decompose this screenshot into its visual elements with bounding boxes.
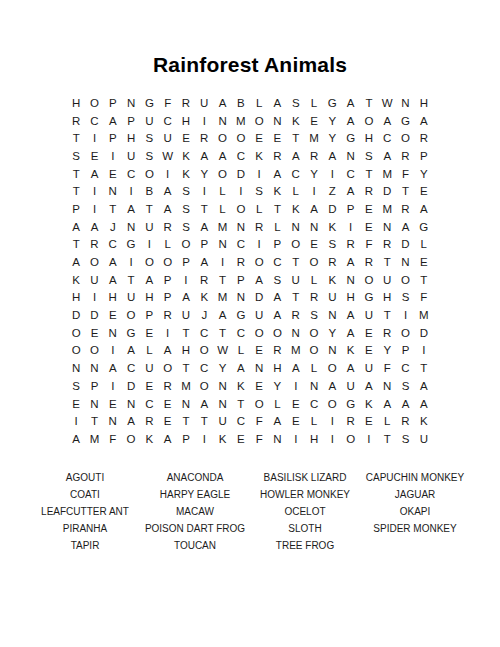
grid-cell: O	[159, 253, 177, 271]
grid-cell: A	[415, 112, 433, 130]
word-list-item: SPIDER MONKEY	[360, 520, 470, 537]
grid-cell: E	[287, 395, 305, 413]
grid-cell: N	[213, 112, 231, 130]
grid-cell: F	[396, 165, 414, 183]
grid-cell: F	[159, 94, 177, 112]
grid-cell: T	[213, 271, 231, 289]
grid-cell: C	[232, 236, 250, 254]
grid-cell: D	[378, 182, 396, 200]
grid-cell: U	[360, 306, 378, 324]
grid-cell: O	[213, 129, 231, 147]
grid-cell: U	[140, 112, 158, 130]
grid-cell: T	[177, 412, 195, 430]
grid-cell: A	[341, 359, 359, 377]
grid-cell: Y	[323, 324, 341, 342]
grid-cell: O	[159, 359, 177, 377]
word-list-item: COATI	[30, 486, 140, 503]
letter-grid: HOPNGFRUABLASLGATWNHRCAPUCHINMONKEYAOAGA…	[0, 94, 500, 448]
grid-cell: N	[287, 324, 305, 342]
grid-cell: I	[67, 412, 85, 430]
grid-cell: S	[177, 200, 195, 218]
grid-cell: T	[67, 165, 85, 183]
grid-cell: A	[287, 147, 305, 165]
grid-cell: K	[250, 147, 268, 165]
grid-cell: A	[122, 200, 140, 218]
grid-cell: O	[213, 165, 231, 183]
grid-cell: F	[360, 236, 378, 254]
grid-cell: K	[177, 165, 195, 183]
grid-cell: C	[305, 395, 323, 413]
grid-cell: I	[287, 430, 305, 448]
grid-cell: A	[378, 395, 396, 413]
grid-cell: R	[378, 324, 396, 342]
grid-cell: S	[396, 377, 414, 395]
grid-cell: I	[104, 377, 122, 395]
grid-cell: N	[85, 395, 103, 413]
grid-cell: U	[85, 271, 103, 289]
grid-cell: A	[159, 200, 177, 218]
grid-cell: F	[250, 412, 268, 430]
grid-cell: C	[159, 112, 177, 130]
word-list-item: TOUCAN	[140, 537, 250, 554]
grid-cell: C	[104, 236, 122, 254]
grid-cell: N	[85, 359, 103, 377]
grid-cell: I	[323, 430, 341, 448]
grid-cell: E	[159, 412, 177, 430]
grid-cell: I	[85, 289, 103, 307]
grid-cell: Y	[378, 342, 396, 360]
grid-cell: L	[305, 359, 323, 377]
grid-cell: T	[67, 236, 85, 254]
grid-cell: A	[360, 377, 378, 395]
grid-cell: A	[415, 395, 433, 413]
grid-cell: P	[268, 236, 286, 254]
grid-cell: K	[287, 112, 305, 130]
grid-cell: C	[341, 165, 359, 183]
grid-cell: T	[67, 182, 85, 200]
grid-cell: D	[250, 289, 268, 307]
grid-cell: E	[140, 377, 158, 395]
grid-cell: R	[250, 218, 268, 236]
grid-cell: H	[305, 430, 323, 448]
grid-cell: O	[305, 324, 323, 342]
grid-cell: L	[268, 218, 286, 236]
grid-cell: R	[268, 342, 286, 360]
grid-cell: C	[195, 324, 213, 342]
word-list-item: TREE FROG	[250, 537, 360, 554]
grid-cell: N	[213, 377, 231, 395]
grid-cell: D	[67, 306, 85, 324]
grid-cell: G	[415, 218, 433, 236]
grid-cell: D	[396, 236, 414, 254]
grid-cell: A	[159, 182, 177, 200]
grid-cell: N	[232, 289, 250, 307]
grid-cell: P	[415, 147, 433, 165]
grid-cell: O	[287, 236, 305, 254]
word-list-item: PIRANHA	[30, 520, 140, 537]
grid-cell: E	[250, 129, 268, 147]
grid-cell: R	[287, 306, 305, 324]
grid-cell: N	[104, 324, 122, 342]
grid-cell: K	[177, 147, 195, 165]
grid-cell: E	[85, 147, 103, 165]
grid-cell: A	[268, 289, 286, 307]
grid-cell: I	[104, 342, 122, 360]
grid-cell: A	[195, 218, 213, 236]
grid-cell: H	[268, 359, 286, 377]
grid-cell: S	[140, 129, 158, 147]
grid-cell: U	[195, 94, 213, 112]
grid-cell: R	[341, 236, 359, 254]
grid-cell: H	[341, 289, 359, 307]
grid-cell: A	[104, 112, 122, 130]
grid-cell: N	[378, 377, 396, 395]
grid-cell: P	[67, 200, 85, 218]
grid-cell: N	[268, 112, 286, 130]
grid-cell: A	[268, 165, 286, 183]
grid-cell: M	[213, 289, 231, 307]
grid-cell: N	[323, 342, 341, 360]
grid-cell: S	[67, 147, 85, 165]
grid-cell: N	[268, 430, 286, 448]
grid-cell: Y	[323, 112, 341, 130]
grid-cell: R	[159, 377, 177, 395]
grid-cell: A	[268, 412, 286, 430]
grid-cell: F	[415, 289, 433, 307]
grid-cell: O	[85, 94, 103, 112]
grid-cell: E	[360, 200, 378, 218]
grid-cell: W	[213, 342, 231, 360]
grid-cell: H	[177, 342, 195, 360]
grid-cell: R	[396, 200, 414, 218]
grid-cell: I	[360, 430, 378, 448]
grid-cell: O	[396, 324, 414, 342]
grid-cell: N	[305, 218, 323, 236]
grid-cell: A	[195, 147, 213, 165]
grid-cell: L	[232, 342, 250, 360]
grid-cell: E	[415, 182, 433, 200]
grid-cell: I	[250, 165, 268, 183]
grid-cell: E	[268, 129, 286, 147]
grid-cell: S	[67, 377, 85, 395]
grid-cell: S	[287, 94, 305, 112]
grid-cell: E	[250, 377, 268, 395]
grid-cell: A	[67, 218, 85, 236]
grid-cell: G	[122, 324, 140, 342]
grid-cell: J	[195, 306, 213, 324]
grid-cell: O	[396, 129, 414, 147]
grid-cell: M	[415, 306, 433, 324]
grid-cell: A	[122, 342, 140, 360]
grid-cell: I	[415, 342, 433, 360]
grid-cell: A	[378, 147, 396, 165]
grid-cell: O	[85, 253, 103, 271]
word-list-item: LEAFCUTTER ANT	[30, 503, 140, 520]
grid-cell: P	[104, 94, 122, 112]
word-list: AGOUTIANACONDABASILISK LIZARDCAPUCHIN MO…	[0, 469, 500, 554]
word-list-item: OKAPI	[360, 503, 470, 520]
grid-cell: E	[104, 165, 122, 183]
grid-cell: T	[85, 412, 103, 430]
grid-cell: O	[250, 395, 268, 413]
grid-cell: N	[104, 412, 122, 430]
grid-cell: A	[341, 94, 359, 112]
grid-cell: N	[177, 395, 195, 413]
grid-cell: S	[305, 306, 323, 324]
grid-cell: P	[140, 306, 158, 324]
grid-cell: S	[140, 147, 158, 165]
grid-cell: E	[415, 253, 433, 271]
grid-cell: N	[122, 94, 140, 112]
grid-cell: S	[360, 147, 378, 165]
grid-cell: A	[305, 200, 323, 218]
grid-cell: A	[287, 359, 305, 377]
grid-cell: D	[122, 377, 140, 395]
grid-cell: I	[195, 112, 213, 130]
grid-cell: M	[232, 112, 250, 130]
grid-cell: R	[177, 94, 195, 112]
grid-cell: U	[159, 129, 177, 147]
grid-cell: C	[140, 395, 158, 413]
grid-cell: C	[232, 147, 250, 165]
grid-cell: E	[232, 430, 250, 448]
grid-cell: O	[250, 324, 268, 342]
grid-cell: C	[122, 359, 140, 377]
grid-cell: R	[305, 147, 323, 165]
grid-cell: T	[195, 412, 213, 430]
grid-cell: W	[159, 147, 177, 165]
grid-cell: O	[140, 165, 158, 183]
grid-cell: T	[378, 253, 396, 271]
grid-cell: L	[159, 236, 177, 254]
grid-cell: Y	[415, 165, 433, 183]
grid-cell: K	[341, 342, 359, 360]
grid-cell: I	[85, 182, 103, 200]
grid-cell: U	[122, 289, 140, 307]
grid-cell: A	[213, 147, 231, 165]
grid-cell: C	[122, 165, 140, 183]
grid-cell: C	[232, 324, 250, 342]
grid-cell: O	[177, 236, 195, 254]
grid-cell: L	[415, 236, 433, 254]
grid-cell: M	[287, 342, 305, 360]
grid-cell: E	[360, 342, 378, 360]
grid-cell: A	[104, 253, 122, 271]
grid-cell: T	[213, 324, 231, 342]
grid-cell: P	[122, 112, 140, 130]
grid-cell: M	[305, 129, 323, 147]
grid-cell: T	[415, 359, 433, 377]
grid-cell: L	[250, 94, 268, 112]
grid-cell: T	[104, 200, 122, 218]
grid-cell: R	[323, 253, 341, 271]
grid-cell: L	[213, 182, 231, 200]
grid-cell: D	[415, 324, 433, 342]
grid-cell: Y	[305, 165, 323, 183]
grid-cell: E	[104, 306, 122, 324]
grid-cell: I	[305, 182, 323, 200]
grid-cell: H	[415, 94, 433, 112]
grid-cell: T	[378, 430, 396, 448]
grid-cell: P	[177, 253, 195, 271]
grid-cell: K	[323, 271, 341, 289]
grid-cell: I	[122, 253, 140, 271]
grid-cell: I	[85, 200, 103, 218]
grid-cell: E	[177, 129, 195, 147]
grid-cell: O	[195, 342, 213, 360]
grid-cell: T	[140, 200, 158, 218]
grid-cell: U	[122, 147, 140, 165]
grid-cell: A	[122, 412, 140, 430]
grid-cell: B	[232, 94, 250, 112]
grid-cell: A	[67, 430, 85, 448]
grid-cell: N	[213, 395, 231, 413]
grid-cell: I	[341, 218, 359, 236]
grid-cell: A	[67, 253, 85, 271]
grid-cell: K	[268, 182, 286, 200]
grid-cell: O	[195, 377, 213, 395]
grid-cell: A	[341, 253, 359, 271]
grid-cell: C	[195, 359, 213, 377]
grid-cell: A	[104, 359, 122, 377]
grid-cell: L	[140, 342, 158, 360]
grid-cell: O	[341, 430, 359, 448]
grid-cell: R	[396, 412, 414, 430]
grid-cell: N	[341, 147, 359, 165]
grid-cell: O	[360, 112, 378, 130]
grid-cell: E	[360, 412, 378, 430]
grid-cell: A	[396, 218, 414, 236]
grid-cell: A	[341, 306, 359, 324]
grid-cell: S	[323, 236, 341, 254]
grid-cell: N	[305, 377, 323, 395]
grid-cell: E	[250, 342, 268, 360]
grid-cell: T	[287, 129, 305, 147]
grid-cell: T	[287, 289, 305, 307]
grid-cell: A	[159, 430, 177, 448]
grid-cell: I	[250, 236, 268, 254]
grid-cell: Y	[268, 377, 286, 395]
grid-cell: A	[323, 377, 341, 395]
grid-cell: A	[341, 324, 359, 342]
grid-cell: I	[213, 253, 231, 271]
grid-cell: U	[287, 271, 305, 289]
grid-cell: O	[323, 395, 341, 413]
grid-cell: A	[213, 94, 231, 112]
grid-cell: P	[159, 271, 177, 289]
grid-cell: O	[360, 271, 378, 289]
grid-cell: K	[360, 395, 378, 413]
grid-cell: U	[213, 412, 231, 430]
grid-cell: K	[213, 430, 231, 448]
grid-cell: P	[85, 377, 103, 395]
grid-cell: A	[177, 289, 195, 307]
grid-cell: Y	[213, 359, 231, 377]
grid-cell: S	[396, 289, 414, 307]
grid-cell: F	[104, 430, 122, 448]
grid-cell: R	[67, 112, 85, 130]
grid-cell: E	[305, 236, 323, 254]
grid-cell: L	[305, 271, 323, 289]
grid-cell: R	[396, 147, 414, 165]
grid-cell: R	[378, 236, 396, 254]
grid-cell: O	[122, 430, 140, 448]
grid-cell: P	[177, 430, 195, 448]
grid-cell: N	[250, 359, 268, 377]
grid-cell: M	[177, 377, 195, 395]
grid-cell: I	[159, 324, 177, 342]
grid-cell: A	[195, 253, 213, 271]
grid-cell: R	[159, 306, 177, 324]
word-list-item: CAPUCHIN MONKEY	[360, 469, 470, 486]
grid-cell: C	[396, 359, 414, 377]
grid-cell: P	[159, 289, 177, 307]
grid-cell: O	[323, 359, 341, 377]
grid-cell: O	[67, 324, 85, 342]
grid-cell: T	[195, 200, 213, 218]
grid-cell: Y	[323, 129, 341, 147]
grid-cell: T	[177, 359, 195, 377]
grid-cell: N	[396, 94, 414, 112]
grid-cell: E	[104, 395, 122, 413]
grid-cell: T	[122, 271, 140, 289]
grid-cell: I	[122, 182, 140, 200]
grid-cell: I	[85, 129, 103, 147]
grid-cell: O	[232, 200, 250, 218]
grid-cell: E	[287, 412, 305, 430]
grid-cell: H	[67, 289, 85, 307]
word-list-item: BASILISK LIZARD	[250, 469, 360, 486]
grid-cell: U	[250, 306, 268, 324]
grid-cell: M	[378, 165, 396, 183]
grid-cell: T	[67, 129, 85, 147]
grid-cell: T	[415, 271, 433, 289]
grid-cell: H	[104, 289, 122, 307]
grid-cell: G	[323, 94, 341, 112]
grid-cell: O	[396, 271, 414, 289]
word-list-item: AGOUTI	[30, 469, 140, 486]
grid-cell: T	[360, 165, 378, 183]
grid-cell: O	[140, 253, 158, 271]
grid-cell: C	[287, 165, 305, 183]
grid-cell: U	[140, 218, 158, 236]
grid-cell: L	[268, 395, 286, 413]
grid-cell: A	[396, 395, 414, 413]
grid-cell: S	[396, 430, 414, 448]
grid-cell: C	[378, 129, 396, 147]
grid-cell: I	[232, 182, 250, 200]
grid-cell: N	[232, 218, 250, 236]
grid-cell: R	[195, 271, 213, 289]
grid-cell: H	[122, 129, 140, 147]
grid-cell: O	[250, 253, 268, 271]
word-list-item: HARPY EAGLE	[140, 486, 250, 503]
grid-cell: P	[396, 342, 414, 360]
grid-cell: U	[341, 377, 359, 395]
grid-cell: A	[341, 112, 359, 130]
puzzle-title: Rainforest Animals	[0, 0, 500, 77]
grid-cell: L	[378, 412, 396, 430]
grid-cell: N	[122, 218, 140, 236]
grid-cell: P	[341, 200, 359, 218]
grid-cell: E	[360, 324, 378, 342]
grid-cell: N	[341, 271, 359, 289]
grid-cell: E	[85, 324, 103, 342]
grid-cell: K	[287, 200, 305, 218]
grid-cell: O	[305, 253, 323, 271]
grid-cell: R	[341, 412, 359, 430]
grid-cell: H	[177, 112, 195, 130]
